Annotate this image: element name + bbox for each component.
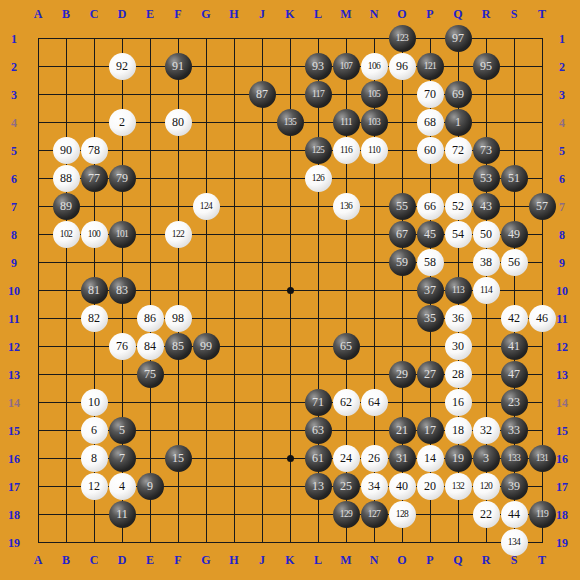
stone-Q3: 69 xyxy=(445,81,472,108)
stone-Q16: 19 xyxy=(445,445,472,472)
stone-R10: 114 xyxy=(473,277,500,304)
stone-F8: 122 xyxy=(165,221,192,248)
row-label-left: 5 xyxy=(0,144,28,157)
column-label-top: K xyxy=(276,7,304,20)
stone-D17: 4 xyxy=(109,473,136,500)
stone-O17: 40 xyxy=(389,473,416,500)
column-label-bottom: H xyxy=(220,553,248,566)
row-label-right: 6 xyxy=(548,172,576,185)
column-label-bottom: R xyxy=(472,553,500,566)
stone-F12: 85 xyxy=(165,333,192,360)
column-label-top: A xyxy=(24,7,52,20)
stone-F2: 91 xyxy=(165,53,192,80)
column-label-bottom: M xyxy=(332,553,360,566)
row-label-right: 13 xyxy=(548,368,576,381)
star-point xyxy=(287,287,294,294)
column-label-top: S xyxy=(500,7,528,20)
column-label-top: T xyxy=(528,7,556,20)
stone-M2: 107 xyxy=(333,53,360,80)
stone-Q7: 52 xyxy=(445,193,472,220)
column-label-top: E xyxy=(136,7,164,20)
stone-P15: 17 xyxy=(417,417,444,444)
stone-B6: 88 xyxy=(53,165,80,192)
stone-M4: 111 xyxy=(333,109,360,136)
stone-L15: 63 xyxy=(305,417,332,444)
grid-line xyxy=(38,542,543,543)
stone-S13: 47 xyxy=(501,361,528,388)
stone-S16: 133 xyxy=(501,445,528,472)
column-label-bottom: O xyxy=(388,553,416,566)
stone-D12: 76 xyxy=(109,333,136,360)
row-label-left: 17 xyxy=(0,480,28,493)
column-label-bottom: C xyxy=(80,553,108,566)
stone-L2: 93 xyxy=(305,53,332,80)
stone-P13: 27 xyxy=(417,361,444,388)
row-label-right: 19 xyxy=(548,536,576,549)
row-label-left: 14 xyxy=(0,396,28,409)
stone-C16: 8 xyxy=(81,445,108,472)
row-label-left: 6 xyxy=(0,172,28,185)
column-label-top: D xyxy=(108,7,136,20)
stone-N4: 103 xyxy=(361,109,388,136)
stone-S12: 41 xyxy=(501,333,528,360)
stone-C17: 12 xyxy=(81,473,108,500)
stone-N3: 105 xyxy=(361,81,388,108)
stone-M7: 136 xyxy=(333,193,360,220)
stone-Q11: 36 xyxy=(445,305,472,332)
column-label-bottom: G xyxy=(192,553,220,566)
stone-Q1: 97 xyxy=(445,25,472,52)
stone-J3: 87 xyxy=(249,81,276,108)
stone-P9: 58 xyxy=(417,249,444,276)
stone-M18: 129 xyxy=(333,501,360,528)
stone-P5: 60 xyxy=(417,137,444,164)
stone-O18: 128 xyxy=(389,501,416,528)
column-label-top: P xyxy=(416,7,444,20)
stone-O2: 96 xyxy=(389,53,416,80)
row-label-left: 15 xyxy=(0,424,28,437)
stone-P11: 35 xyxy=(417,305,444,332)
row-label-left: 16 xyxy=(0,452,28,465)
stone-C10: 81 xyxy=(81,277,108,304)
stone-P2: 121 xyxy=(417,53,444,80)
stone-G7: 124 xyxy=(193,193,220,220)
stone-Q5: 72 xyxy=(445,137,472,164)
stone-L6: 126 xyxy=(305,165,332,192)
row-label-left: 4 xyxy=(0,116,28,129)
row-label-right: 14 xyxy=(548,396,576,409)
stone-L5: 125 xyxy=(305,137,332,164)
stone-G12: 99 xyxy=(193,333,220,360)
stone-S8: 49 xyxy=(501,221,528,248)
stone-Q15: 18 xyxy=(445,417,472,444)
stone-N17: 34 xyxy=(361,473,388,500)
stone-S18: 44 xyxy=(501,501,528,528)
row-label-right: 5 xyxy=(548,144,576,157)
row-label-left: 19 xyxy=(0,536,28,549)
stone-S9: 56 xyxy=(501,249,528,276)
row-label-left: 2 xyxy=(0,60,28,73)
stone-R16: 3 xyxy=(473,445,500,472)
stone-R7: 43 xyxy=(473,193,500,220)
column-label-top: C xyxy=(80,7,108,20)
stone-P3: 70 xyxy=(417,81,444,108)
column-label-bottom: F xyxy=(164,553,192,566)
stone-Q14: 16 xyxy=(445,389,472,416)
column-label-bottom: T xyxy=(528,553,556,566)
stone-F16: 15 xyxy=(165,445,192,472)
column-label-bottom: N xyxy=(360,553,388,566)
stone-C5: 78 xyxy=(81,137,108,164)
stone-Q13: 28 xyxy=(445,361,472,388)
stone-P4: 68 xyxy=(417,109,444,136)
stone-P17: 20 xyxy=(417,473,444,500)
stone-N14: 64 xyxy=(361,389,388,416)
column-label-top: G xyxy=(192,7,220,20)
stone-Q17: 132 xyxy=(445,473,472,500)
stone-T18: 119 xyxy=(529,501,556,528)
stone-E12: 84 xyxy=(137,333,164,360)
stone-R6: 53 xyxy=(473,165,500,192)
stone-M17: 25 xyxy=(333,473,360,500)
stone-N2: 106 xyxy=(361,53,388,80)
column-label-bottom: P xyxy=(416,553,444,566)
column-label-bottom: Q xyxy=(444,553,472,566)
go-board[interactable]: AABBCCDDEEFFGGHHJJKKLLMMNNOOPPQQRRSSTT11… xyxy=(0,0,580,580)
stone-R18: 22 xyxy=(473,501,500,528)
stone-S19: 134 xyxy=(501,529,528,556)
stone-T7: 57 xyxy=(529,193,556,220)
row-label-left: 11 xyxy=(0,312,28,325)
stone-L3: 117 xyxy=(305,81,332,108)
stone-E11: 86 xyxy=(137,305,164,332)
row-label-right: 3 xyxy=(548,88,576,101)
column-label-top: N xyxy=(360,7,388,20)
stone-D15: 5 xyxy=(109,417,136,444)
row-label-left: 10 xyxy=(0,284,28,297)
column-label-top: O xyxy=(388,7,416,20)
row-label-left: 18 xyxy=(0,508,28,521)
stone-P7: 66 xyxy=(417,193,444,220)
stone-E13: 75 xyxy=(137,361,164,388)
stone-D4: 2 xyxy=(109,109,136,136)
stone-O8: 67 xyxy=(389,221,416,248)
column-label-top: F xyxy=(164,7,192,20)
row-label-left: 9 xyxy=(0,256,28,269)
stone-Q4: 1 xyxy=(445,109,472,136)
stone-O1: 123 xyxy=(389,25,416,52)
stone-S17: 39 xyxy=(501,473,528,500)
row-label-right: 4 xyxy=(548,116,576,129)
stone-M16: 24 xyxy=(333,445,360,472)
column-label-bottom: B xyxy=(52,553,80,566)
stone-L14: 71 xyxy=(305,389,332,416)
column-label-top: M xyxy=(332,7,360,20)
stone-S6: 51 xyxy=(501,165,528,192)
row-label-right: 2 xyxy=(548,60,576,73)
column-label-bottom: D xyxy=(108,553,136,566)
stone-R17: 120 xyxy=(473,473,500,500)
column-label-top: J xyxy=(248,7,276,20)
row-label-right: 1 xyxy=(548,32,576,45)
stone-N16: 26 xyxy=(361,445,388,472)
stone-C11: 82 xyxy=(81,305,108,332)
stone-Q10: 113 xyxy=(445,277,472,304)
stone-M5: 116 xyxy=(333,137,360,164)
stone-D8: 101 xyxy=(109,221,136,248)
stone-L16: 61 xyxy=(305,445,332,472)
row-label-right: 9 xyxy=(548,256,576,269)
stone-T11: 46 xyxy=(529,305,556,332)
stone-E17: 9 xyxy=(137,473,164,500)
column-label-top: L xyxy=(304,7,332,20)
stone-D10: 83 xyxy=(109,277,136,304)
stone-Q8: 54 xyxy=(445,221,472,248)
stone-L17: 13 xyxy=(305,473,332,500)
stone-S15: 33 xyxy=(501,417,528,444)
column-label-top: R xyxy=(472,7,500,20)
stone-P10: 37 xyxy=(417,277,444,304)
stone-R9: 38 xyxy=(473,249,500,276)
stone-M14: 62 xyxy=(333,389,360,416)
stone-F11: 98 xyxy=(165,305,192,332)
stone-D18: 11 xyxy=(109,501,136,528)
row-label-left: 1 xyxy=(0,32,28,45)
stone-R8: 50 xyxy=(473,221,500,248)
stone-P16: 14 xyxy=(417,445,444,472)
stone-R2: 95 xyxy=(473,53,500,80)
row-label-right: 15 xyxy=(548,424,576,437)
stone-K4: 135 xyxy=(277,109,304,136)
row-label-right: 8 xyxy=(548,228,576,241)
column-label-bottom: E xyxy=(136,553,164,566)
stone-C8: 100 xyxy=(81,221,108,248)
row-label-left: 7 xyxy=(0,200,28,213)
stone-S11: 42 xyxy=(501,305,528,332)
column-label-bottom: J xyxy=(248,553,276,566)
stone-O16: 31 xyxy=(389,445,416,472)
stone-N5: 110 xyxy=(361,137,388,164)
stone-B7: 89 xyxy=(53,193,80,220)
stone-B8: 102 xyxy=(53,221,80,248)
row-label-right: 17 xyxy=(548,480,576,493)
stone-D6: 79 xyxy=(109,165,136,192)
column-label-bottom: L xyxy=(304,553,332,566)
column-label-bottom: A xyxy=(24,553,52,566)
column-label-bottom: K xyxy=(276,553,304,566)
column-label-top: H xyxy=(220,7,248,20)
stone-R5: 73 xyxy=(473,137,500,164)
stone-S14: 23 xyxy=(501,389,528,416)
stone-C6: 77 xyxy=(81,165,108,192)
column-label-top: B xyxy=(52,7,80,20)
stone-T16: 131 xyxy=(529,445,556,472)
row-label-left: 8 xyxy=(0,228,28,241)
row-label-left: 12 xyxy=(0,340,28,353)
stone-N18: 127 xyxy=(361,501,388,528)
stone-O9: 59 xyxy=(389,249,416,276)
stone-F4: 80 xyxy=(165,109,192,136)
column-label-top: Q xyxy=(444,7,472,20)
stone-O7: 55 xyxy=(389,193,416,220)
stone-D2: 92 xyxy=(109,53,136,80)
stone-M12: 65 xyxy=(333,333,360,360)
row-label-right: 10 xyxy=(548,284,576,297)
stone-C14: 10 xyxy=(81,389,108,416)
stone-O13: 29 xyxy=(389,361,416,388)
stone-B5: 90 xyxy=(53,137,80,164)
stone-Q12: 30 xyxy=(445,333,472,360)
row-label-right: 12 xyxy=(548,340,576,353)
star-point xyxy=(287,455,294,462)
stone-P8: 45 xyxy=(417,221,444,248)
stone-R15: 32 xyxy=(473,417,500,444)
stone-D16: 7 xyxy=(109,445,136,472)
stone-O15: 21 xyxy=(389,417,416,444)
row-label-left: 13 xyxy=(0,368,28,381)
stone-C15: 6 xyxy=(81,417,108,444)
row-label-left: 3 xyxy=(0,88,28,101)
